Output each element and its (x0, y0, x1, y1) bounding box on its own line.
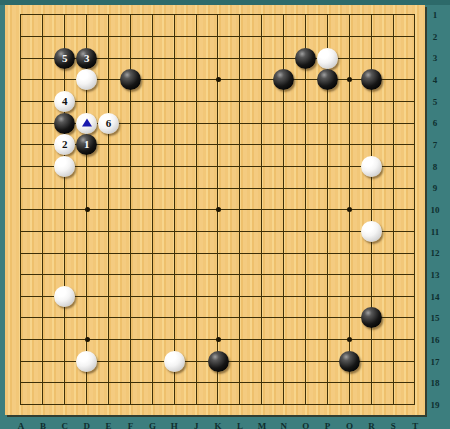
board-cell-T17[interactable] (404, 351, 426, 373)
board-cell-K19[interactable] (207, 394, 229, 416)
board-cell-S7[interactable] (382, 134, 404, 156)
board-cell-A14[interactable] (10, 286, 32, 308)
board-cell-S10[interactable] (382, 199, 404, 221)
board-cell-L17[interactable] (229, 351, 251, 373)
board-cell-J12[interactable] (185, 242, 207, 264)
board-cell-B6[interactable] (32, 112, 54, 134)
board-cell-J3[interactable] (185, 47, 207, 69)
board-cell-J11[interactable] (185, 221, 207, 243)
board-cell-N18[interactable] (273, 372, 295, 394)
board-cell-T2[interactable] (404, 26, 426, 48)
board-cell-B13[interactable] (32, 264, 54, 286)
board-cell-N5[interactable] (273, 91, 295, 113)
board-cell-P3[interactable] (316, 47, 338, 69)
board-cell-B8[interactable] (32, 156, 54, 178)
board-cell-F17[interactable] (119, 351, 141, 373)
board-cell-S2[interactable] (382, 26, 404, 48)
board-cell-E3[interactable] (98, 47, 120, 69)
board-cell-J4[interactable] (185, 69, 207, 91)
board-cell-H11[interactable] (163, 221, 185, 243)
board-cell-G12[interactable] (141, 242, 163, 264)
board-cell-Q11[interactable] (338, 221, 360, 243)
board-cell-L14[interactable] (229, 286, 251, 308)
board-cell-F5[interactable] (119, 91, 141, 113)
board-cell-Q17[interactable] (338, 351, 360, 373)
board-cell-R1[interactable] (360, 4, 382, 26)
board-cell-T7[interactable] (404, 134, 426, 156)
board-cell-D4[interactable] (76, 69, 98, 91)
board-cell-M1[interactable] (251, 4, 273, 26)
board-cell-M18[interactable] (251, 372, 273, 394)
board-cell-G10[interactable] (141, 199, 163, 221)
board-cell-O16[interactable] (295, 329, 317, 351)
board-cell-R8[interactable] (360, 156, 382, 178)
board-cell-E1[interactable] (98, 4, 120, 26)
board-cell-S11[interactable] (382, 221, 404, 243)
board-cell-S13[interactable] (382, 264, 404, 286)
board-cell-R5[interactable] (360, 91, 382, 113)
board-cell-Q8[interactable] (338, 156, 360, 178)
board-cell-O12[interactable] (295, 242, 317, 264)
board-cell-M10[interactable] (251, 199, 273, 221)
board-cell-E17[interactable] (98, 351, 120, 373)
board-cell-J15[interactable] (185, 307, 207, 329)
board-cell-D18[interactable] (76, 372, 98, 394)
board-cell-O1[interactable] (295, 4, 317, 26)
board-cell-L19[interactable] (229, 394, 251, 416)
board-cell-P10[interactable] (316, 199, 338, 221)
board-cell-F18[interactable] (119, 372, 141, 394)
board-cell-A11[interactable] (10, 221, 32, 243)
board-cell-Q12[interactable] (338, 242, 360, 264)
board-cell-N9[interactable] (273, 177, 295, 199)
board-cell-S8[interactable] (382, 156, 404, 178)
board-cell-S16[interactable] (382, 329, 404, 351)
board-cell-E6[interactable]: 6 (98, 112, 120, 134)
board-cell-L9[interactable] (229, 177, 251, 199)
board-cell-J17[interactable] (185, 351, 207, 373)
board-cell-P12[interactable] (316, 242, 338, 264)
board-cell-P16[interactable] (316, 329, 338, 351)
board-cell-O2[interactable] (295, 26, 317, 48)
board-cell-H1[interactable] (163, 4, 185, 26)
board-cell-M6[interactable] (251, 112, 273, 134)
board-cell-H8[interactable] (163, 156, 185, 178)
board-cell-O8[interactable] (295, 156, 317, 178)
board-cell-A7[interactable] (10, 134, 32, 156)
board-cell-E19[interactable] (98, 394, 120, 416)
board-cell-L10[interactable] (229, 199, 251, 221)
board-cell-S15[interactable] (382, 307, 404, 329)
board-cell-A8[interactable] (10, 156, 32, 178)
board-cell-G9[interactable] (141, 177, 163, 199)
board-cell-N3[interactable] (273, 47, 295, 69)
board-cell-G8[interactable] (141, 156, 163, 178)
board-cell-J7[interactable] (185, 134, 207, 156)
board-cell-D19[interactable] (76, 394, 98, 416)
board-cell-J10[interactable] (185, 199, 207, 221)
board-cell-F14[interactable] (119, 286, 141, 308)
board-cell-T19[interactable] (404, 394, 426, 416)
board-cell-M5[interactable] (251, 91, 273, 113)
board-cell-D5[interactable] (76, 91, 98, 113)
board-cell-A5[interactable] (10, 91, 32, 113)
board-cell-O11[interactable] (295, 221, 317, 243)
board-cell-J8[interactable] (185, 156, 207, 178)
board-cell-C11[interactable] (54, 221, 76, 243)
board-cell-B12[interactable] (32, 242, 54, 264)
board-cell-O19[interactable] (295, 394, 317, 416)
board-cell-C10[interactable] (54, 199, 76, 221)
board-cell-R17[interactable] (360, 351, 382, 373)
board-cell-H12[interactable] (163, 242, 185, 264)
board-cell-D1[interactable] (76, 4, 98, 26)
board-cell-T12[interactable] (404, 242, 426, 264)
board-cell-S19[interactable] (382, 394, 404, 416)
go-board[interactable]: 534621 (5, 5, 425, 415)
board-cell-N4[interactable] (273, 69, 295, 91)
board-cell-O18[interactable] (295, 372, 317, 394)
board-cell-E14[interactable] (98, 286, 120, 308)
board-cell-P8[interactable] (316, 156, 338, 178)
board-cell-T15[interactable] (404, 307, 426, 329)
board-cell-C5[interactable]: 4 (54, 91, 76, 113)
board-cell-Q7[interactable] (338, 134, 360, 156)
board-cell-K4[interactable] (207, 69, 229, 91)
board-cell-D15[interactable] (76, 307, 98, 329)
board-cell-H14[interactable] (163, 286, 185, 308)
board-cell-D10[interactable] (76, 199, 98, 221)
board-cell-H5[interactable] (163, 91, 185, 113)
board-cell-H4[interactable] (163, 69, 185, 91)
board-cell-E4[interactable] (98, 69, 120, 91)
board-cell-L4[interactable] (229, 69, 251, 91)
board-cell-F7[interactable] (119, 134, 141, 156)
board-cell-M15[interactable] (251, 307, 273, 329)
board-cell-R11[interactable] (360, 221, 382, 243)
board-cell-K8[interactable] (207, 156, 229, 178)
board-cell-E2[interactable] (98, 26, 120, 48)
board-cell-F11[interactable] (119, 221, 141, 243)
board-cell-O14[interactable] (295, 286, 317, 308)
board-cell-M14[interactable] (251, 286, 273, 308)
board-cell-M9[interactable] (251, 177, 273, 199)
board-cell-D16[interactable] (76, 329, 98, 351)
board-cell-P17[interactable] (316, 351, 338, 373)
board-cell-A9[interactable] (10, 177, 32, 199)
board-cell-P1[interactable] (316, 4, 338, 26)
board-cell-P18[interactable] (316, 372, 338, 394)
board-cell-S5[interactable] (382, 91, 404, 113)
board-cell-C1[interactable] (54, 4, 76, 26)
board-cell-H16[interactable] (163, 329, 185, 351)
board-cell-T10[interactable] (404, 199, 426, 221)
board-cell-E11[interactable] (98, 221, 120, 243)
board-cell-K7[interactable] (207, 134, 229, 156)
board-cell-A15[interactable] (10, 307, 32, 329)
board-cell-F4[interactable] (119, 69, 141, 91)
board-cell-R13[interactable] (360, 264, 382, 286)
board-cell-O6[interactable] (295, 112, 317, 134)
board-cell-R14[interactable] (360, 286, 382, 308)
board-cell-M2[interactable] (251, 26, 273, 48)
board-cell-M16[interactable] (251, 329, 273, 351)
board-cell-H10[interactable] (163, 199, 185, 221)
board-cell-N12[interactable] (273, 242, 295, 264)
board-cell-R6[interactable] (360, 112, 382, 134)
board-cell-S6[interactable] (382, 112, 404, 134)
board-cell-F3[interactable] (119, 47, 141, 69)
board-cell-K3[interactable] (207, 47, 229, 69)
board-cell-G15[interactable] (141, 307, 163, 329)
board-cell-J5[interactable] (185, 91, 207, 113)
board-cell-C15[interactable] (54, 307, 76, 329)
board-cell-Q3[interactable] (338, 47, 360, 69)
board-cell-H7[interactable] (163, 134, 185, 156)
board-cell-S18[interactable] (382, 372, 404, 394)
board-cell-R18[interactable] (360, 372, 382, 394)
board-cell-L16[interactable] (229, 329, 251, 351)
board-cell-B11[interactable] (32, 221, 54, 243)
board-cell-T13[interactable] (404, 264, 426, 286)
board-cell-C8[interactable] (54, 156, 76, 178)
board-cell-N8[interactable] (273, 156, 295, 178)
board-cell-B15[interactable] (32, 307, 54, 329)
board-cell-J16[interactable] (185, 329, 207, 351)
board-cell-C16[interactable] (54, 329, 76, 351)
board-cell-P14[interactable] (316, 286, 338, 308)
board-cell-N19[interactable] (273, 394, 295, 416)
board-cell-M4[interactable] (251, 69, 273, 91)
board-cell-A18[interactable] (10, 372, 32, 394)
board-cell-H19[interactable] (163, 394, 185, 416)
board-cell-A6[interactable] (10, 112, 32, 134)
board-cell-N6[interactable] (273, 112, 295, 134)
board-cell-O7[interactable] (295, 134, 317, 156)
board-cell-C18[interactable] (54, 372, 76, 394)
board-cell-K16[interactable] (207, 329, 229, 351)
board-cell-F2[interactable] (119, 26, 141, 48)
board-cell-L5[interactable] (229, 91, 251, 113)
board-cell-T16[interactable] (404, 329, 426, 351)
board-cell-C9[interactable] (54, 177, 76, 199)
board-cell-E8[interactable] (98, 156, 120, 178)
board-cell-K2[interactable] (207, 26, 229, 48)
board-cell-N2[interactable] (273, 26, 295, 48)
board-cell-N1[interactable] (273, 4, 295, 26)
board-cell-G6[interactable] (141, 112, 163, 134)
board-cell-L6[interactable] (229, 112, 251, 134)
board-cell-M7[interactable] (251, 134, 273, 156)
board-cell-B7[interactable] (32, 134, 54, 156)
board-cell-O9[interactable] (295, 177, 317, 199)
board-cell-Q9[interactable] (338, 177, 360, 199)
board-cell-E7[interactable] (98, 134, 120, 156)
board-cell-E18[interactable] (98, 372, 120, 394)
board-cell-C13[interactable] (54, 264, 76, 286)
board-cell-G17[interactable] (141, 351, 163, 373)
board-cell-C12[interactable] (54, 242, 76, 264)
board-cell-E10[interactable] (98, 199, 120, 221)
board-cell-E9[interactable] (98, 177, 120, 199)
board-cell-L7[interactable] (229, 134, 251, 156)
board-cell-P7[interactable] (316, 134, 338, 156)
board-cell-E15[interactable] (98, 307, 120, 329)
board-cell-D9[interactable] (76, 177, 98, 199)
board-cell-M17[interactable] (251, 351, 273, 373)
board-cell-K18[interactable] (207, 372, 229, 394)
board-cell-L18[interactable] (229, 372, 251, 394)
board-cell-T3[interactable] (404, 47, 426, 69)
board-cell-K9[interactable] (207, 177, 229, 199)
board-cell-G3[interactable] (141, 47, 163, 69)
board-cell-B2[interactable] (32, 26, 54, 48)
board-cell-G7[interactable] (141, 134, 163, 156)
board-cell-J9[interactable] (185, 177, 207, 199)
board-cell-L13[interactable] (229, 264, 251, 286)
board-cell-L2[interactable] (229, 26, 251, 48)
board-cell-P13[interactable] (316, 264, 338, 286)
board-cell-N11[interactable] (273, 221, 295, 243)
board-cell-B9[interactable] (32, 177, 54, 199)
board-cell-J19[interactable] (185, 394, 207, 416)
board-cell-R4[interactable] (360, 69, 382, 91)
board-cell-Q1[interactable] (338, 4, 360, 26)
board-cell-F6[interactable] (119, 112, 141, 134)
board-cell-M11[interactable] (251, 221, 273, 243)
board-cell-K11[interactable] (207, 221, 229, 243)
board-cell-O13[interactable] (295, 264, 317, 286)
board-cell-S14[interactable] (382, 286, 404, 308)
board-cell-R9[interactable] (360, 177, 382, 199)
board-cell-G19[interactable] (141, 394, 163, 416)
board-cell-R7[interactable] (360, 134, 382, 156)
board-cell-R2[interactable] (360, 26, 382, 48)
board-cell-D7[interactable]: 1 (76, 134, 98, 156)
board-cell-B1[interactable] (32, 4, 54, 26)
board-cell-D8[interactable] (76, 156, 98, 178)
board-cell-C7[interactable]: 2 (54, 134, 76, 156)
board-cell-A12[interactable] (10, 242, 32, 264)
board-cell-M8[interactable] (251, 156, 273, 178)
board-cell-Q5[interactable] (338, 91, 360, 113)
board-cell-J14[interactable] (185, 286, 207, 308)
board-cell-F13[interactable] (119, 264, 141, 286)
board-cell-B10[interactable] (32, 199, 54, 221)
board-cell-G13[interactable] (141, 264, 163, 286)
board-cell-O17[interactable] (295, 351, 317, 373)
board-cell-A4[interactable] (10, 69, 32, 91)
board-cell-M12[interactable] (251, 242, 273, 264)
board-cell-C17[interactable] (54, 351, 76, 373)
board-cell-N10[interactable] (273, 199, 295, 221)
board-cell-T11[interactable] (404, 221, 426, 243)
board-cell-A17[interactable] (10, 351, 32, 373)
board-cell-Q18[interactable] (338, 372, 360, 394)
board-cell-B4[interactable] (32, 69, 54, 91)
board-cell-J6[interactable] (185, 112, 207, 134)
board-cell-N16[interactable] (273, 329, 295, 351)
board-cell-P19[interactable] (316, 394, 338, 416)
board-cell-H6[interactable] (163, 112, 185, 134)
board-cell-R16[interactable] (360, 329, 382, 351)
board-cell-T4[interactable] (404, 69, 426, 91)
board-cell-O10[interactable] (295, 199, 317, 221)
board-cell-N15[interactable] (273, 307, 295, 329)
board-cell-C14[interactable] (54, 286, 76, 308)
board-cell-D13[interactable] (76, 264, 98, 286)
board-cell-D14[interactable] (76, 286, 98, 308)
board-cell-P2[interactable] (316, 26, 338, 48)
board-cell-D12[interactable] (76, 242, 98, 264)
board-cell-L1[interactable] (229, 4, 251, 26)
board-cell-P4[interactable] (316, 69, 338, 91)
board-cell-D11[interactable] (76, 221, 98, 243)
board-cell-A13[interactable] (10, 264, 32, 286)
board-cell-J18[interactable] (185, 372, 207, 394)
board-cell-O3[interactable] (295, 47, 317, 69)
board-cell-O5[interactable] (295, 91, 317, 113)
board-cell-B17[interactable] (32, 351, 54, 373)
board-cell-B5[interactable] (32, 91, 54, 113)
board-cell-K13[interactable] (207, 264, 229, 286)
board-cell-N13[interactable] (273, 264, 295, 286)
board-cell-F12[interactable] (119, 242, 141, 264)
board-cell-E12[interactable] (98, 242, 120, 264)
board-cell-T6[interactable] (404, 112, 426, 134)
board-cell-A3[interactable] (10, 47, 32, 69)
board-cell-R10[interactable] (360, 199, 382, 221)
board-cell-D6[interactable] (76, 112, 98, 134)
board-cell-O15[interactable] (295, 307, 317, 329)
board-cell-S1[interactable] (382, 4, 404, 26)
board-cell-H9[interactable] (163, 177, 185, 199)
board-cell-D3[interactable]: 3 (76, 47, 98, 69)
board-cell-F19[interactable] (119, 394, 141, 416)
board-cell-Q13[interactable] (338, 264, 360, 286)
board-cell-T9[interactable] (404, 177, 426, 199)
board-cell-S9[interactable] (382, 177, 404, 199)
board-cell-A10[interactable] (10, 199, 32, 221)
board-cell-F16[interactable] (119, 329, 141, 351)
board-cell-G16[interactable] (141, 329, 163, 351)
board-cell-L3[interactable] (229, 47, 251, 69)
board-cell-Q10[interactable] (338, 199, 360, 221)
board-cell-E13[interactable] (98, 264, 120, 286)
board-cell-K15[interactable] (207, 307, 229, 329)
board-cell-C4[interactable] (54, 69, 76, 91)
board-cell-H15[interactable] (163, 307, 185, 329)
board-cell-H13[interactable] (163, 264, 185, 286)
board-cell-A1[interactable] (10, 4, 32, 26)
board-cell-E5[interactable] (98, 91, 120, 113)
board-cell-J2[interactable] (185, 26, 207, 48)
board-cell-R12[interactable] (360, 242, 382, 264)
board-cell-H18[interactable] (163, 372, 185, 394)
board-cell-G11[interactable] (141, 221, 163, 243)
board-cell-D2[interactable] (76, 26, 98, 48)
board-cell-B14[interactable] (32, 286, 54, 308)
board-cell-E16[interactable] (98, 329, 120, 351)
board-cell-K1[interactable] (207, 4, 229, 26)
board-cell-B3[interactable] (32, 47, 54, 69)
board-cell-K17[interactable] (207, 351, 229, 373)
board-cell-P11[interactable] (316, 221, 338, 243)
board-cell-A16[interactable] (10, 329, 32, 351)
board-cell-Q2[interactable] (338, 26, 360, 48)
board-cell-J13[interactable] (185, 264, 207, 286)
board-cell-D17[interactable] (76, 351, 98, 373)
